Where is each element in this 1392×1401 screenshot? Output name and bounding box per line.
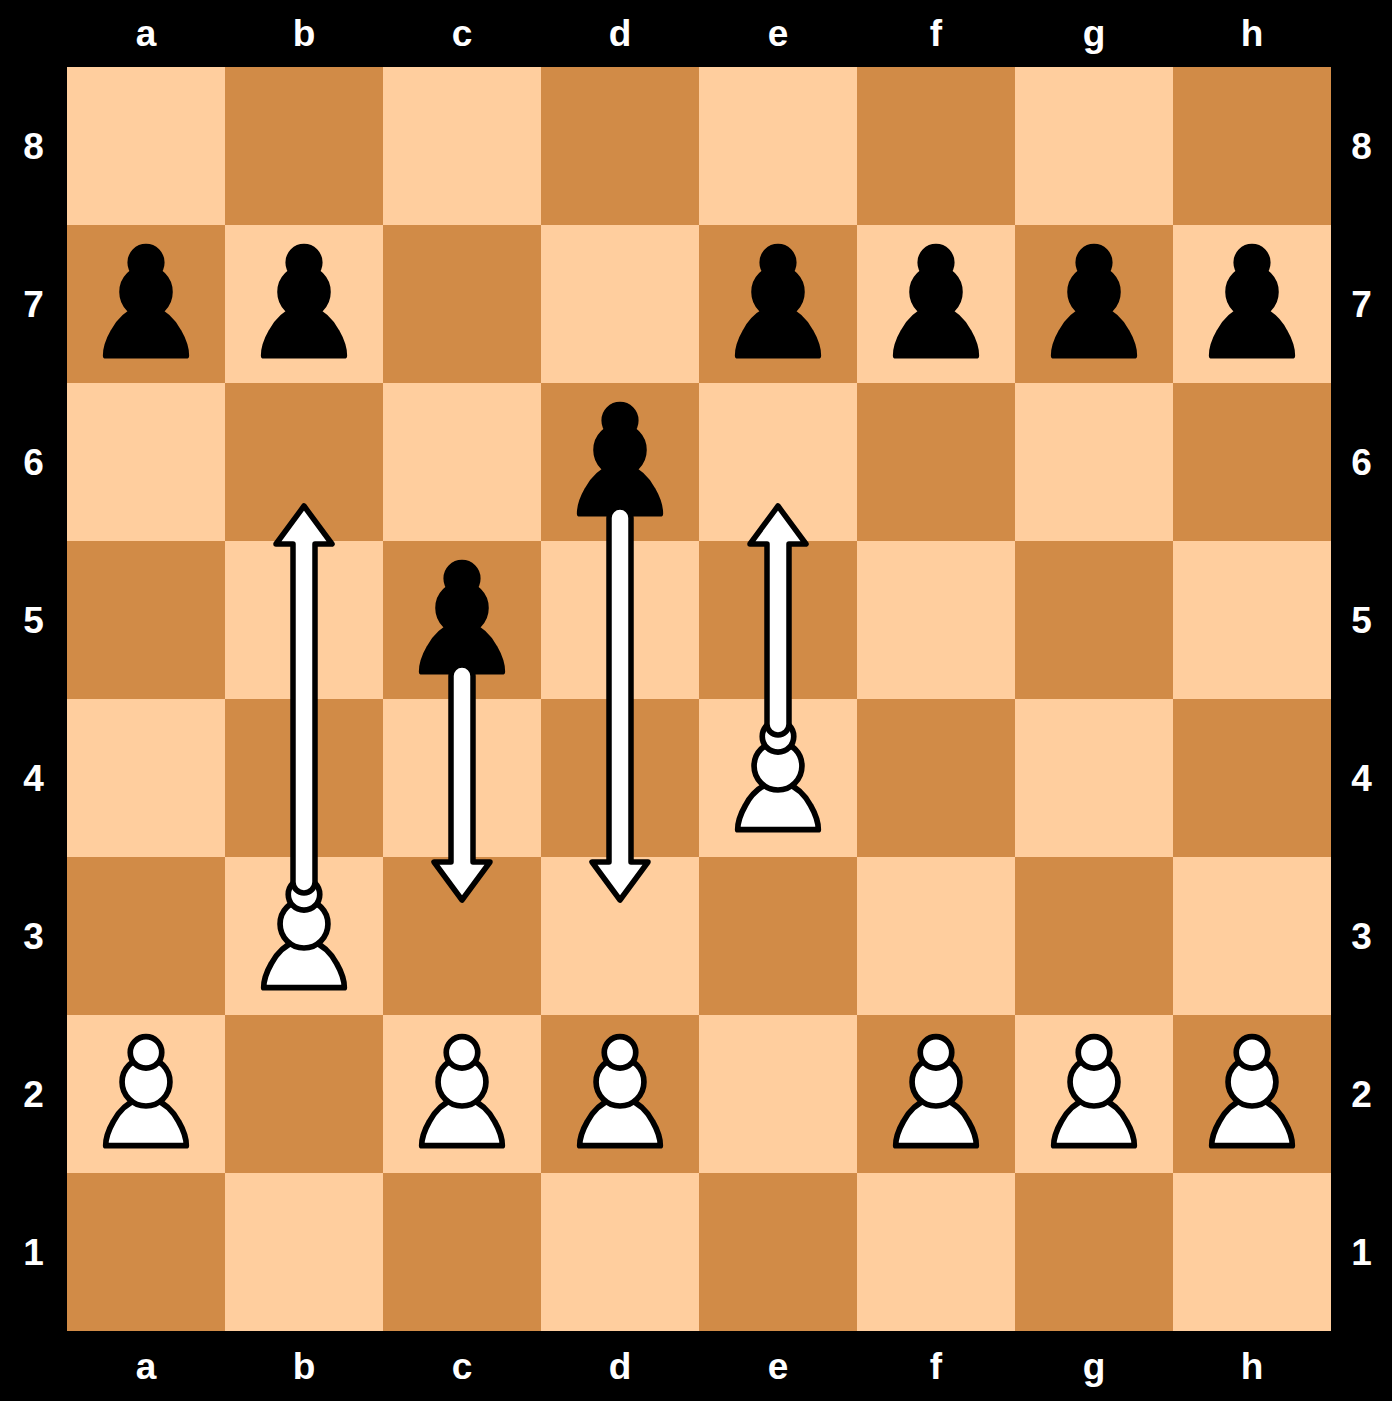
rank-label-right-7: 7 (1331, 225, 1392, 383)
square-a4[interactable] (67, 699, 225, 857)
corner-spacer (0, 1331, 67, 1401)
square-e3[interactable] (699, 857, 857, 1015)
square-g3[interactable] (1015, 857, 1173, 1015)
square-a8[interactable] (67, 67, 225, 225)
square-f2[interactable] (857, 1015, 1015, 1173)
square-d7[interactable] (541, 225, 699, 383)
file-label-bottom-g: g (1015, 1331, 1173, 1401)
square-a5[interactable] (67, 541, 225, 699)
file-label-top-f: f (857, 0, 1015, 67)
square-d5[interactable] (541, 541, 699, 699)
square-e7[interactable] (699, 225, 857, 383)
square-a7[interactable] (67, 225, 225, 383)
square-b8[interactable] (225, 67, 383, 225)
file-label-bottom-e: e (699, 1331, 857, 1401)
corner-spacer (0, 0, 67, 67)
white-pawn[interactable] (873, 1031, 999, 1157)
square-g1[interactable] (1015, 1173, 1173, 1331)
rank-label-right-1: 1 (1331, 1173, 1392, 1331)
black-pawn[interactable] (557, 399, 683, 525)
white-pawn[interactable] (1189, 1031, 1315, 1157)
black-pawn[interactable] (83, 241, 209, 367)
file-label-bottom-c: c (383, 1331, 541, 1401)
black-pawn[interactable] (399, 557, 525, 683)
chess-board-diagram: abcdefgh8877665544332211abcdefgh (0, 0, 1392, 1401)
square-g5[interactable] (1015, 541, 1173, 699)
square-e6[interactable] (699, 383, 857, 541)
square-h4[interactable] (1173, 699, 1331, 857)
square-h3[interactable] (1173, 857, 1331, 1015)
black-pawn[interactable] (715, 241, 841, 367)
white-pawn[interactable] (1031, 1031, 1157, 1157)
rank-label-right-2: 2 (1331, 1015, 1392, 1173)
rank-label-left-7: 7 (0, 225, 67, 383)
square-a6[interactable] (67, 383, 225, 541)
square-h7[interactable] (1173, 225, 1331, 383)
file-label-top-g: g (1015, 0, 1173, 67)
square-d2[interactable] (541, 1015, 699, 1173)
square-f5[interactable] (857, 541, 1015, 699)
square-h1[interactable] (1173, 1173, 1331, 1331)
white-pawn[interactable] (83, 1031, 209, 1157)
square-b3[interactable] (225, 857, 383, 1015)
square-e4[interactable] (699, 699, 857, 857)
square-f7[interactable] (857, 225, 1015, 383)
square-g2[interactable] (1015, 1015, 1173, 1173)
square-c7[interactable] (383, 225, 541, 383)
black-pawn[interactable] (241, 241, 367, 367)
white-pawn[interactable] (715, 715, 841, 841)
black-pawn[interactable] (1031, 241, 1157, 367)
file-label-bottom-a: a (67, 1331, 225, 1401)
square-e8[interactable] (699, 67, 857, 225)
square-b5[interactable] (225, 541, 383, 699)
square-b6[interactable] (225, 383, 383, 541)
square-f4[interactable] (857, 699, 1015, 857)
square-b2[interactable] (225, 1015, 383, 1173)
square-d3[interactable] (541, 857, 699, 1015)
square-e2[interactable] (699, 1015, 857, 1173)
square-c4[interactable] (383, 699, 541, 857)
file-label-top-e: e (699, 0, 857, 67)
square-a1[interactable] (67, 1173, 225, 1331)
rank-label-left-5: 5 (0, 541, 67, 699)
rank-label-right-3: 3 (1331, 857, 1392, 1015)
square-c3[interactable] (383, 857, 541, 1015)
square-d8[interactable] (541, 67, 699, 225)
square-h5[interactable] (1173, 541, 1331, 699)
file-label-top-h: h (1173, 0, 1331, 67)
square-a3[interactable] (67, 857, 225, 1015)
file-label-bottom-d: d (541, 1331, 699, 1401)
square-f6[interactable] (857, 383, 1015, 541)
square-h2[interactable] (1173, 1015, 1331, 1173)
white-pawn[interactable] (557, 1031, 683, 1157)
chess-board: abcdefgh8877665544332211abcdefgh (0, 0, 1392, 1401)
rank-label-left-3: 3 (0, 857, 67, 1015)
square-b1[interactable] (225, 1173, 383, 1331)
black-pawn[interactable] (873, 241, 999, 367)
file-label-top-b: b (225, 0, 383, 67)
square-g4[interactable] (1015, 699, 1173, 857)
square-f3[interactable] (857, 857, 1015, 1015)
square-c8[interactable] (383, 67, 541, 225)
rank-label-left-1: 1 (0, 1173, 67, 1331)
file-label-top-c: c (383, 0, 541, 67)
square-a2[interactable] (67, 1015, 225, 1173)
square-f8[interactable] (857, 67, 1015, 225)
square-h6[interactable] (1173, 383, 1331, 541)
rank-label-left-2: 2 (0, 1015, 67, 1173)
square-d1[interactable] (541, 1173, 699, 1331)
rank-label-left-4: 4 (0, 699, 67, 857)
black-pawn[interactable] (1189, 241, 1315, 367)
square-c2[interactable] (383, 1015, 541, 1173)
square-b7[interactable] (225, 225, 383, 383)
file-label-bottom-h: h (1173, 1331, 1331, 1401)
rank-label-right-4: 4 (1331, 699, 1392, 857)
corner-spacer (1331, 0, 1392, 67)
square-c6[interactable] (383, 383, 541, 541)
square-c5[interactable] (383, 541, 541, 699)
square-b4[interactable] (225, 699, 383, 857)
square-e5[interactable] (699, 541, 857, 699)
square-c1[interactable] (383, 1173, 541, 1331)
square-g6[interactable] (1015, 383, 1173, 541)
rank-label-left-8: 8 (0, 67, 67, 225)
square-d4[interactable] (541, 699, 699, 857)
file-label-bottom-f: f (857, 1331, 1015, 1401)
rank-label-right-6: 6 (1331, 383, 1392, 541)
rank-label-left-6: 6 (0, 383, 67, 541)
square-e1[interactable] (699, 1173, 857, 1331)
white-pawn[interactable] (241, 873, 367, 999)
square-g7[interactable] (1015, 225, 1173, 383)
file-label-top-a: a (67, 0, 225, 67)
square-f1[interactable] (857, 1173, 1015, 1331)
corner-spacer (1331, 1331, 1392, 1401)
square-h8[interactable] (1173, 67, 1331, 225)
square-d6[interactable] (541, 383, 699, 541)
rank-label-right-5: 5 (1331, 541, 1392, 699)
square-g8[interactable] (1015, 67, 1173, 225)
file-label-bottom-b: b (225, 1331, 383, 1401)
file-label-top-d: d (541, 0, 699, 67)
white-pawn[interactable] (399, 1031, 525, 1157)
rank-label-right-8: 8 (1331, 67, 1392, 225)
